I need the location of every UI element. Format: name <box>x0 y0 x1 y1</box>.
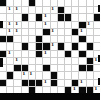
clue-number: 1 <box>15 58 18 62</box>
grid-cell[interactable] <box>65 65 71 71</box>
clue-number: 1 <box>29 72 32 76</box>
black-cell <box>79 22 85 28</box>
black-cell <box>36 43 42 49</box>
black-cell <box>36 51 42 57</box>
grid-cell[interactable] <box>7 80 13 86</box>
grid-cell[interactable] <box>51 51 57 57</box>
black-cell <box>43 29 49 35</box>
grid-cell[interactable] <box>65 43 71 49</box>
grid-cell[interactable]: 1 <box>14 58 20 64</box>
clue-number: 1 <box>8 22 11 26</box>
grid-cell[interactable] <box>29 58 35 64</box>
grid-cell[interactable] <box>29 14 35 20</box>
grid-cell[interactable] <box>36 65 42 71</box>
grid-cell[interactable] <box>51 22 57 28</box>
grid-cell[interactable] <box>79 0 85 6</box>
black-cell <box>79 65 85 71</box>
grid-cell[interactable]: 1 <box>79 29 85 35</box>
grid-cell[interactable] <box>79 7 85 13</box>
grid-cell[interactable]: 1 <box>7 29 13 35</box>
grid-cell[interactable] <box>43 7 49 13</box>
grid-cell[interactable]: 1 <box>14 29 20 35</box>
grid-cell[interactable] <box>87 14 93 20</box>
grid-cell[interactable] <box>58 58 64 64</box>
grid-cell[interactable] <box>7 0 13 6</box>
grid-cell[interactable] <box>14 51 20 57</box>
grid-cell[interactable] <box>87 0 93 6</box>
black-cell <box>87 43 93 49</box>
grid-cell[interactable]: 1 <box>14 22 20 28</box>
black-cell <box>51 80 57 86</box>
grid-cell[interactable] <box>94 43 100 49</box>
grid-cell[interactable]: 1 <box>87 22 93 28</box>
grid-cell[interactable] <box>94 36 100 42</box>
cropped-black-band <box>0 93 100 100</box>
grid-cell[interactable] <box>29 43 35 49</box>
grid-cell[interactable] <box>65 29 71 35</box>
grid-cell[interactable] <box>14 36 20 42</box>
grid-cell[interactable] <box>72 51 78 57</box>
grid-cell[interactable] <box>22 29 28 35</box>
clue-number: 1 <box>73 87 76 91</box>
black-cell <box>36 14 42 20</box>
black-cell <box>29 0 35 6</box>
grid-cell[interactable] <box>79 58 85 64</box>
grid-cell[interactable] <box>72 58 78 64</box>
black-cell <box>87 65 93 71</box>
grid-cell[interactable] <box>0 72 6 78</box>
black-cell <box>58 43 64 49</box>
black-cell <box>87 58 93 64</box>
grid-cell[interactable] <box>79 72 85 78</box>
grid-cell[interactable] <box>58 36 64 42</box>
grid-cell[interactable] <box>58 22 64 28</box>
grid-cell[interactable] <box>65 72 71 78</box>
black-cell <box>36 80 42 86</box>
clue-number: 1 <box>15 22 18 26</box>
crop-artifact-mark <box>98 55 101 62</box>
grid-cell[interactable] <box>36 7 42 13</box>
clue-number: 1 <box>51 29 54 33</box>
grid-cell[interactable] <box>22 7 28 13</box>
grid-cell[interactable] <box>36 58 42 64</box>
grid-cell[interactable] <box>43 36 49 42</box>
grid-cell[interactable] <box>14 72 20 78</box>
black-cell <box>22 14 28 20</box>
grid-cell[interactable] <box>79 43 85 49</box>
grid-cell[interactable] <box>0 7 6 13</box>
grid-cell[interactable] <box>36 29 42 35</box>
grid-cell[interactable] <box>87 7 93 13</box>
clue-number: 1 <box>94 87 97 91</box>
grid-cell[interactable]: 1 <box>51 43 57 49</box>
grid-cell[interactable] <box>14 14 20 20</box>
black-cell <box>79 36 85 42</box>
black-cell <box>0 51 6 57</box>
grid-cell[interactable] <box>72 72 78 78</box>
grid-cell[interactable] <box>22 51 28 57</box>
grid-cell[interactable] <box>36 72 42 78</box>
grid-cell[interactable] <box>14 80 20 86</box>
black-cell <box>72 29 78 35</box>
grid-cell[interactable] <box>29 22 35 28</box>
grid-cell[interactable]: 1 <box>43 14 49 20</box>
grid-cell[interactable] <box>7 43 13 49</box>
black-cell <box>14 65 20 71</box>
grid-cell[interactable] <box>7 58 13 64</box>
black-cell <box>58 7 64 13</box>
grid-cell[interactable]: 1 <box>7 51 13 57</box>
grid-cell[interactable] <box>87 51 93 57</box>
grid-cell[interactable] <box>58 29 64 35</box>
grid-cell[interactable] <box>22 0 28 6</box>
grid-cell[interactable]: 1 <box>22 72 28 78</box>
grid-cell[interactable] <box>87 80 93 86</box>
black-cell <box>79 51 85 57</box>
grid-cell[interactable] <box>94 22 100 28</box>
grid-cell[interactable] <box>87 29 93 35</box>
black-cell <box>0 36 6 42</box>
grid-cell[interactable] <box>72 0 78 6</box>
black-cell <box>0 80 6 86</box>
grid-cell[interactable] <box>51 0 57 6</box>
grid-cell[interactable] <box>0 29 6 35</box>
grid-cell[interactable] <box>65 58 71 64</box>
grid-cell[interactable] <box>72 36 78 42</box>
grid-cell[interactable] <box>14 43 20 49</box>
crop-artifact-mark <box>0 21 3 28</box>
grid-cell[interactable]: 1 <box>51 29 57 35</box>
grid-cell[interactable] <box>7 14 13 20</box>
black-cell <box>22 80 28 86</box>
clue-number: 1 <box>8 51 11 55</box>
black-cell <box>36 36 42 42</box>
grid-cell[interactable] <box>65 36 71 42</box>
grid-cell[interactable] <box>58 51 64 57</box>
black-cell <box>22 65 28 71</box>
black-cell <box>0 0 6 6</box>
grid-cell[interactable]: 1 <box>14 7 20 13</box>
grid-cell[interactable] <box>94 65 100 71</box>
grid-cell[interactable] <box>22 22 28 28</box>
black-cell <box>51 72 57 78</box>
clue-number: 1 <box>44 80 47 84</box>
grid-cell[interactable] <box>72 14 78 20</box>
grid-cell[interactable] <box>36 22 42 28</box>
grid-cell[interactable]: 1 <box>79 80 85 86</box>
black-cell <box>65 51 71 57</box>
clue-number: 1 <box>80 29 83 33</box>
black-cell <box>43 65 49 71</box>
grid-cell[interactable] <box>14 0 20 6</box>
grid-cell[interactable] <box>43 72 49 78</box>
grid-cell[interactable] <box>36 0 42 6</box>
black-cell <box>72 80 78 86</box>
grid-cell[interactable]: 1 <box>43 80 49 86</box>
grid-cell[interactable] <box>22 36 28 42</box>
grid-cell[interactable] <box>29 7 35 13</box>
grid-cell[interactable] <box>58 65 64 71</box>
crossword-board: 11111111111111111111111 <box>0 0 100 100</box>
clue-number: 1 <box>44 22 47 26</box>
grid-cell[interactable] <box>65 80 71 86</box>
grid-cell[interactable]: 1 <box>7 22 13 28</box>
grid-cell[interactable] <box>65 22 71 28</box>
clue-number: 1 <box>51 7 54 11</box>
clue-number: 1 <box>15 29 18 33</box>
grid-cell[interactable] <box>72 22 78 28</box>
grid-cell[interactable] <box>51 14 57 20</box>
grid-cell[interactable] <box>51 65 57 71</box>
black-cell <box>65 14 71 20</box>
grid-cell[interactable] <box>43 0 49 6</box>
grid-cell[interactable]: 1 <box>43 51 49 57</box>
grid-cell[interactable] <box>22 58 28 64</box>
clue-number: 1 <box>51 43 54 47</box>
clue-number: 1 <box>44 14 47 18</box>
black-cell <box>94 14 100 20</box>
grid-cell[interactable] <box>65 7 71 13</box>
crop-artifact-mark <box>0 58 3 67</box>
grid-cell[interactable] <box>0 43 6 49</box>
grid-cell[interactable] <box>79 14 85 20</box>
black-cell <box>43 43 49 49</box>
black-cell <box>29 80 35 86</box>
grid-cell[interactable] <box>58 80 64 86</box>
grid-cell[interactable] <box>43 58 49 64</box>
clue-number: 1 <box>8 7 11 11</box>
clue-number: 1 <box>8 29 11 33</box>
grid-cell[interactable]: 1 <box>43 22 49 28</box>
black-cell <box>7 36 13 42</box>
grid-cell[interactable] <box>58 0 64 6</box>
crop-artifact-mark <box>98 78 101 85</box>
grid-cell[interactable] <box>65 0 71 6</box>
black-cell <box>7 72 13 78</box>
crop-artifact-mark <box>98 5 101 12</box>
grid-cell[interactable] <box>51 58 57 64</box>
clue-number: 1 <box>80 80 83 84</box>
grid-cell[interactable] <box>58 72 64 78</box>
clue-number: 1 <box>44 51 47 55</box>
grid-cell[interactable] <box>29 51 35 57</box>
black-cell <box>22 43 28 49</box>
clue-number: 1 <box>87 22 90 26</box>
grid-cell[interactable] <box>29 65 35 71</box>
grid-cell[interactable] <box>87 72 93 78</box>
grid-cell[interactable] <box>0 14 6 20</box>
black-cell <box>72 43 78 49</box>
grid-cell[interactable] <box>51 36 57 42</box>
grid-cell[interactable] <box>7 65 13 71</box>
grid-cell[interactable] <box>87 36 93 42</box>
grid-cell[interactable]: 1 <box>29 72 35 78</box>
clue-number: 1 <box>15 7 18 11</box>
grid-cell[interactable] <box>72 7 78 13</box>
grid-cell[interactable] <box>94 29 100 35</box>
grid-cell[interactable]: 1 <box>7 7 13 13</box>
grid-cell[interactable] <box>29 29 35 35</box>
crossword-grid: 11111111111111111111111 <box>0 0 100 93</box>
grid-cell[interactable] <box>29 36 35 42</box>
clue-number: 1 <box>22 72 25 76</box>
grid-cell[interactable]: 1 <box>51 7 57 13</box>
black-cell <box>58 14 64 20</box>
grid-cell[interactable] <box>72 65 78 71</box>
